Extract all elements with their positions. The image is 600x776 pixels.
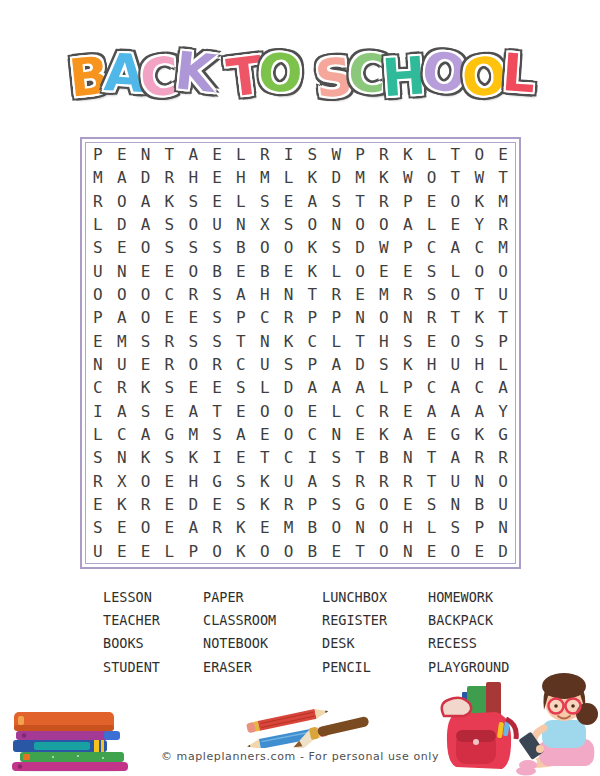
grid-cell: R bbox=[396, 283, 420, 306]
grid-cell: P bbox=[229, 306, 253, 329]
grid-cell: C bbox=[253, 306, 277, 329]
grid-cell: E bbox=[420, 190, 444, 213]
grid-cell: N bbox=[277, 283, 301, 306]
grid-cell: T bbox=[444, 166, 468, 189]
grid-cell: K bbox=[134, 446, 158, 469]
grid-cell: B bbox=[301, 540, 325, 563]
grid-cell: K bbox=[158, 190, 182, 213]
grid-cell: O bbox=[181, 213, 205, 236]
grid-cell: P bbox=[348, 143, 372, 166]
grid-cell: S bbox=[134, 330, 158, 353]
grid-cell: N bbox=[444, 493, 468, 516]
grid-cell: P bbox=[467, 516, 491, 539]
grid-cell: P bbox=[301, 493, 325, 516]
grid-cell: O bbox=[372, 213, 396, 236]
grid-cell: B bbox=[253, 260, 277, 283]
grid-cell: K bbox=[181, 446, 205, 469]
grid-cell: R bbox=[158, 353, 182, 376]
grid-cell: S bbox=[86, 236, 110, 259]
grid-cell: E bbox=[301, 400, 325, 423]
grid-cell: O bbox=[372, 516, 396, 539]
grid-cell: E bbox=[372, 260, 396, 283]
grid-cell: O bbox=[277, 423, 301, 446]
title-letter: K bbox=[171, 35, 214, 108]
grid-cell: T bbox=[491, 166, 515, 189]
grid-cell: N bbox=[229, 213, 253, 236]
grid-cell: C bbox=[158, 283, 182, 306]
grid-cell: B bbox=[301, 516, 325, 539]
word-list-column: LUNCHBOXREGISTERDESKPENCIL bbox=[322, 586, 428, 679]
grid-cell: N bbox=[110, 446, 134, 469]
grid-cell: A bbox=[301, 190, 325, 213]
grid-cell: N bbox=[396, 446, 420, 469]
grid-cell: M bbox=[491, 236, 515, 259]
grid-cell: O bbox=[348, 260, 372, 283]
grid-cell: R bbox=[372, 400, 396, 423]
grid-cell: I bbox=[277, 143, 301, 166]
word-list-item: DESK bbox=[322, 632, 428, 655]
grid-cell: G bbox=[158, 423, 182, 446]
grid-cell: O bbox=[444, 330, 468, 353]
grid-cell: N bbox=[348, 516, 372, 539]
grid-cell: L bbox=[420, 213, 444, 236]
grid-cell: B bbox=[229, 236, 253, 259]
grid-cell: E bbox=[253, 423, 277, 446]
grid-cell: R bbox=[205, 516, 229, 539]
grid-cell: G bbox=[491, 423, 515, 446]
grid-cell: N bbox=[324, 213, 348, 236]
grid-cell: E bbox=[158, 260, 182, 283]
grid-cell: K bbox=[396, 353, 420, 376]
grid-cell: L bbox=[420, 516, 444, 539]
grid-cell: E bbox=[158, 493, 182, 516]
grid-cell: H bbox=[467, 353, 491, 376]
grid-cell: R bbox=[372, 143, 396, 166]
grid-cell: R bbox=[324, 283, 348, 306]
grid-cell: N bbox=[324, 423, 348, 446]
grid-cell: N bbox=[253, 330, 277, 353]
grid-cell: B bbox=[372, 446, 396, 469]
title-letter: O bbox=[459, 40, 505, 113]
grid-cell: A bbox=[301, 376, 325, 399]
grid-cell: T bbox=[205, 400, 229, 423]
grid-cell: D bbox=[491, 540, 515, 563]
grid-cell: A bbox=[181, 516, 205, 539]
grid-cell: O bbox=[181, 353, 205, 376]
grid-cell: L bbox=[86, 213, 110, 236]
grid-cell: U bbox=[86, 540, 110, 563]
grid-cell: E bbox=[181, 376, 205, 399]
grid-cell: A bbox=[301, 470, 325, 493]
grid-cell: K bbox=[396, 143, 420, 166]
grid-cell: M bbox=[253, 166, 277, 189]
grid-cell: T bbox=[348, 446, 372, 469]
grid-cell: S bbox=[324, 190, 348, 213]
grid-cell: E bbox=[205, 493, 229, 516]
grid-cell: O bbox=[467, 143, 491, 166]
grid-cell: T bbox=[253, 446, 277, 469]
grid-cell: N bbox=[467, 470, 491, 493]
grid-cell: L bbox=[372, 376, 396, 399]
grid-cell: E bbox=[86, 493, 110, 516]
grid-cell: R bbox=[372, 470, 396, 493]
grid-cell: S bbox=[420, 260, 444, 283]
word-list-item: REGISTER bbox=[322, 609, 428, 632]
grid-cell: S bbox=[86, 446, 110, 469]
grid-cell: E bbox=[396, 260, 420, 283]
word-list-item: TEACHER bbox=[103, 609, 203, 632]
word-search-board: PENTAELRISWPRKLTOEMADRHEHMLKDMKWOTWTROAK… bbox=[80, 137, 521, 569]
grid-cell: S bbox=[229, 493, 253, 516]
grid-cell: A bbox=[229, 283, 253, 306]
grid-cell: U bbox=[110, 353, 134, 376]
grid-cell: S bbox=[181, 190, 205, 213]
grid-cell: A bbox=[324, 353, 348, 376]
grid-cell: U bbox=[491, 493, 515, 516]
grid-cell: A bbox=[348, 376, 372, 399]
grid-cell: S bbox=[205, 306, 229, 329]
grid-cell: K bbox=[301, 236, 325, 259]
grid-cell: K bbox=[301, 166, 325, 189]
grid-cell: N bbox=[348, 306, 372, 329]
grid-cell: E bbox=[205, 376, 229, 399]
grid-cell: T bbox=[348, 540, 372, 563]
word-list-item: PENCIL bbox=[322, 656, 428, 679]
grid-cell: C bbox=[277, 446, 301, 469]
word-list-item: CLASSROOM bbox=[203, 609, 322, 632]
grid-cell: R bbox=[420, 306, 444, 329]
grid-cell: R bbox=[181, 283, 205, 306]
grid-cell: T bbox=[158, 143, 182, 166]
grid-cell: H bbox=[396, 516, 420, 539]
word-list-column: PAPERCLASSROOMNOTEBOOKERASER bbox=[203, 586, 322, 679]
grid-cell: E bbox=[253, 516, 277, 539]
grid-cell: U bbox=[253, 353, 277, 376]
grid-cell: E bbox=[110, 516, 134, 539]
grid-cell: S bbox=[158, 236, 182, 259]
grid-cell: X bbox=[253, 213, 277, 236]
grid-cell: A bbox=[229, 423, 253, 446]
grid-cell: O bbox=[86, 283, 110, 306]
grid-cell: C bbox=[301, 330, 325, 353]
word-list-item: PAPER bbox=[203, 586, 322, 609]
grid-cell: S bbox=[301, 143, 325, 166]
grid-cell: P bbox=[396, 190, 420, 213]
grid-cell: W bbox=[372, 236, 396, 259]
grid-cell: E bbox=[444, 213, 468, 236]
grid-cell: R bbox=[491, 446, 515, 469]
grid-cell: C bbox=[301, 423, 325, 446]
footer-credit: © mapleplanners.com - For personal use o… bbox=[0, 750, 600, 763]
grid-cell: E bbox=[229, 260, 253, 283]
letter-grid: PENTAELRISWPRKLTOEMADRHEHMLKDMKWOTWTROAK… bbox=[85, 142, 516, 564]
grid-cell: M bbox=[110, 330, 134, 353]
grid-cell: A bbox=[444, 236, 468, 259]
grid-cell: L bbox=[324, 400, 348, 423]
grid-cell: C bbox=[420, 236, 444, 259]
grid-cell: P bbox=[181, 540, 205, 563]
grid-cell: E bbox=[420, 330, 444, 353]
grid-cell: K bbox=[301, 260, 325, 283]
grid-cell: L bbox=[444, 260, 468, 283]
grid-cell: K bbox=[467, 190, 491, 213]
grid-cell: E bbox=[110, 236, 134, 259]
grid-cell: H bbox=[181, 470, 205, 493]
grid-cell: A bbox=[134, 213, 158, 236]
grid-cell: O bbox=[253, 236, 277, 259]
grid-cell: E bbox=[491, 143, 515, 166]
word-list-item: RECESS bbox=[428, 632, 563, 655]
grid-cell: E bbox=[205, 166, 229, 189]
title-letter: O bbox=[256, 37, 301, 110]
grid-cell: C bbox=[467, 236, 491, 259]
word-list-column: LESSONTEACHERBOOKSSTUDENT bbox=[103, 586, 203, 679]
grid-cell: O bbox=[134, 283, 158, 306]
grid-cell: D bbox=[324, 166, 348, 189]
grid-cell: P bbox=[86, 306, 110, 329]
grid-cell: S bbox=[372, 353, 396, 376]
grid-cell: O bbox=[277, 540, 301, 563]
grid-cell: E bbox=[158, 470, 182, 493]
grid-cell: S bbox=[158, 446, 182, 469]
grid-cell: C bbox=[467, 376, 491, 399]
grid-cell: D bbox=[348, 353, 372, 376]
grid-cell: O bbox=[134, 306, 158, 329]
grid-cell: S bbox=[205, 283, 229, 306]
grid-cell: T bbox=[467, 283, 491, 306]
grid-cell: A bbox=[444, 446, 468, 469]
grid-cell: S bbox=[253, 190, 277, 213]
grid-cell: S bbox=[181, 236, 205, 259]
grid-cell: E bbox=[134, 540, 158, 563]
grid-cell: E bbox=[348, 423, 372, 446]
grid-cell: M bbox=[372, 283, 396, 306]
grid-cell: L bbox=[158, 540, 182, 563]
grid-cell: E bbox=[229, 400, 253, 423]
word-list-item: NOTEBOOK bbox=[203, 632, 322, 655]
grid-cell: O bbox=[277, 400, 301, 423]
grid-cell: E bbox=[181, 306, 205, 329]
grid-cell: H bbox=[420, 353, 444, 376]
grid-cell: P bbox=[86, 143, 110, 166]
grid-cell: O bbox=[372, 540, 396, 563]
grid-cell: H bbox=[372, 330, 396, 353]
grid-cell: A bbox=[324, 376, 348, 399]
grid-cell: T bbox=[348, 190, 372, 213]
grid-cell: A bbox=[396, 423, 420, 446]
title-letter: L bbox=[500, 37, 534, 109]
grid-cell: O bbox=[134, 470, 158, 493]
grid-cell: O bbox=[372, 493, 396, 516]
grid-cell: R bbox=[158, 166, 182, 189]
grid-cell: C bbox=[420, 376, 444, 399]
grid-cell: O bbox=[420, 166, 444, 189]
grid-cell: O bbox=[348, 213, 372, 236]
grid-cell: Y bbox=[467, 213, 491, 236]
grid-cell: H bbox=[229, 166, 253, 189]
grid-cell: E bbox=[348, 283, 372, 306]
grid-cell: R bbox=[467, 446, 491, 469]
grid-cell: S bbox=[324, 470, 348, 493]
grid-cell: E bbox=[158, 516, 182, 539]
grid-cell: K bbox=[372, 166, 396, 189]
grid-cell: O bbox=[277, 236, 301, 259]
grid-cell: W bbox=[324, 143, 348, 166]
grid-cell: K bbox=[253, 470, 277, 493]
grid-cell: E bbox=[467, 540, 491, 563]
grid-cell: S bbox=[158, 376, 182, 399]
grid-cell: O bbox=[181, 260, 205, 283]
grid-cell: T bbox=[420, 470, 444, 493]
grid-cell: A bbox=[181, 143, 205, 166]
grid-cell: R bbox=[253, 143, 277, 166]
grid-cell: E bbox=[420, 423, 444, 446]
grid-cell: S bbox=[444, 516, 468, 539]
grid-cell: M bbox=[277, 516, 301, 539]
title-letter: A bbox=[103, 37, 143, 109]
grid-cell: S bbox=[467, 330, 491, 353]
grid-cell: B bbox=[467, 493, 491, 516]
grid-cell: K bbox=[467, 306, 491, 329]
grid-cell: E bbox=[229, 446, 253, 469]
grid-cell: A bbox=[134, 423, 158, 446]
grid-cell: D bbox=[348, 236, 372, 259]
pencils-and-brush-icon bbox=[226, 696, 386, 748]
grid-cell: Y bbox=[491, 400, 515, 423]
grid-cell: T bbox=[491, 306, 515, 329]
grid-cell: S bbox=[158, 213, 182, 236]
grid-cell: B bbox=[205, 260, 229, 283]
grid-cell: O bbox=[205, 540, 229, 563]
grid-cell: D bbox=[181, 493, 205, 516]
grid-cell: H bbox=[181, 166, 205, 189]
grid-cell: N bbox=[110, 260, 134, 283]
grid-cell: U bbox=[277, 470, 301, 493]
grid-cell: O bbox=[253, 540, 277, 563]
grid-cell: O bbox=[491, 470, 515, 493]
grid-cell: S bbox=[324, 236, 348, 259]
grid-cell: M bbox=[86, 166, 110, 189]
word-list-item: ERASER bbox=[203, 656, 322, 679]
grid-cell: M bbox=[348, 166, 372, 189]
grid-cell: L bbox=[324, 330, 348, 353]
grid-cell: P bbox=[491, 330, 515, 353]
grid-cell: L bbox=[253, 376, 277, 399]
grid-cell: C bbox=[110, 423, 134, 446]
grid-cell: L bbox=[229, 143, 253, 166]
grid-cell: L bbox=[324, 260, 348, 283]
grid-cell: L bbox=[86, 423, 110, 446]
grid-cell: U bbox=[444, 470, 468, 493]
grid-cell: N bbox=[491, 516, 515, 539]
grid-cell: N bbox=[396, 540, 420, 563]
grid-cell: C bbox=[86, 376, 110, 399]
grid-cell: P bbox=[396, 376, 420, 399]
grid-cell: O bbox=[134, 236, 158, 259]
grid-cell: X bbox=[110, 470, 134, 493]
grid-cell: R bbox=[158, 330, 182, 353]
grid-cell: O bbox=[110, 190, 134, 213]
grid-cell: S bbox=[205, 236, 229, 259]
grid-cell: R bbox=[86, 190, 110, 213]
grid-cell: P bbox=[324, 306, 348, 329]
grid-cell: T bbox=[420, 446, 444, 469]
grid-cell: R bbox=[110, 376, 134, 399]
grid-cell: S bbox=[205, 423, 229, 446]
grid-cell: N bbox=[134, 143, 158, 166]
grid-cell: O bbox=[491, 260, 515, 283]
grid-cell: A bbox=[110, 306, 134, 329]
grid-cell: A bbox=[110, 400, 134, 423]
grid-cell: T bbox=[301, 283, 325, 306]
grid-cell: K bbox=[253, 493, 277, 516]
grid-cell: O bbox=[444, 283, 468, 306]
grid-cell: O bbox=[444, 540, 468, 563]
grid-cell: E bbox=[134, 260, 158, 283]
grid-cell: D bbox=[134, 166, 158, 189]
grid-cell: O bbox=[467, 260, 491, 283]
word-list-item: HOMEWORK bbox=[428, 586, 563, 609]
grid-cell: S bbox=[229, 376, 253, 399]
grid-cell: C bbox=[348, 400, 372, 423]
grid-cell: N bbox=[86, 353, 110, 376]
word-list-item: BOOKS bbox=[103, 632, 203, 655]
grid-cell: S bbox=[134, 400, 158, 423]
word-list-item: STUDENT bbox=[103, 656, 203, 679]
grid-cell: S bbox=[420, 493, 444, 516]
grid-cell: T bbox=[444, 306, 468, 329]
page-title: BACKTOSCHOOL bbox=[0, 40, 600, 116]
grid-cell: G bbox=[205, 470, 229, 493]
grid-cell: S bbox=[396, 330, 420, 353]
grid-cell: U bbox=[444, 353, 468, 376]
grid-cell: U bbox=[86, 260, 110, 283]
word-list-item: LUNCHBOX bbox=[322, 586, 428, 609]
grid-cell: R bbox=[396, 470, 420, 493]
grid-cell: O bbox=[324, 516, 348, 539]
grid-cell: K bbox=[110, 493, 134, 516]
grid-cell: L bbox=[491, 353, 515, 376]
grid-cell: E bbox=[134, 353, 158, 376]
grid-cell: O bbox=[444, 190, 468, 213]
grid-cell: E bbox=[158, 306, 182, 329]
grid-cell: D bbox=[110, 213, 134, 236]
grid-cell: E bbox=[396, 400, 420, 423]
grid-cell: M bbox=[491, 190, 515, 213]
grid-cell: O bbox=[253, 400, 277, 423]
grid-cell: D bbox=[277, 376, 301, 399]
grid-cell: E bbox=[110, 540, 134, 563]
grid-cell: R bbox=[372, 190, 396, 213]
grid-cell: I bbox=[205, 446, 229, 469]
grid-cell: I bbox=[301, 446, 325, 469]
grid-cell: H bbox=[253, 283, 277, 306]
grid-cell: E bbox=[205, 190, 229, 213]
word-list-item: LESSON bbox=[103, 586, 203, 609]
grid-cell: A bbox=[396, 213, 420, 236]
grid-cell: E bbox=[324, 540, 348, 563]
grid-cell: L bbox=[420, 143, 444, 166]
grid-cell: G bbox=[444, 423, 468, 446]
grid-cell: K bbox=[229, 540, 253, 563]
grid-cell: L bbox=[229, 190, 253, 213]
grid-cell: K bbox=[277, 330, 301, 353]
grid-cell: O bbox=[134, 516, 158, 539]
grid-cell: E bbox=[158, 400, 182, 423]
grid-cell: P bbox=[301, 306, 325, 329]
grid-cell: S bbox=[86, 516, 110, 539]
grid-cell: E bbox=[277, 260, 301, 283]
